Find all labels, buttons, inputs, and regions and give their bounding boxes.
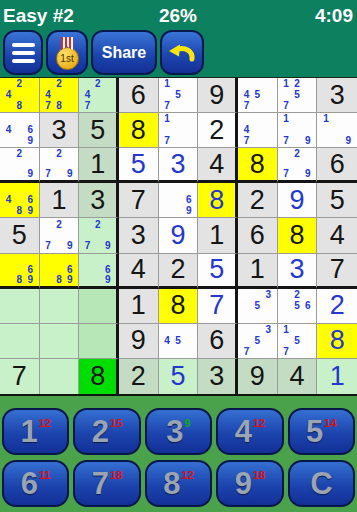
cell-r3c8[interactable]: 279 xyxy=(278,148,318,183)
cell-r7c6[interactable]: 7 xyxy=(198,289,238,324)
cell-r4c3[interactable]: 3 xyxy=(79,183,119,218)
cell-r9c8[interactable]: 4 xyxy=(278,359,318,394)
undo-button[interactable] xyxy=(160,30,204,75)
cell-r3c6[interactable]: 4 xyxy=(198,148,238,183)
cell-value: 1 xyxy=(250,256,265,283)
cell-r4c2[interactable]: 1 xyxy=(40,183,80,218)
cell-r2c9[interactable]: 19 xyxy=(317,113,357,148)
num-button-4[interactable]: 412 xyxy=(216,408,283,455)
cell-r3c3[interactable]: 1 xyxy=(79,148,119,183)
cell-r9c2[interactable] xyxy=(40,359,80,394)
cell-r3c4[interactable]: 5 xyxy=(119,148,159,183)
cell-r5c7[interactable]: 6 xyxy=(238,218,278,253)
cell-r8c9[interactable]: 8 xyxy=(317,324,357,359)
remaining-count: 14 xyxy=(324,418,336,429)
cell-r7c8[interactable]: 256 xyxy=(278,289,318,324)
cell-r2c6[interactable]: 2 xyxy=(198,113,238,148)
cell-value: 2 xyxy=(250,187,265,214)
cell-r5c8[interactable]: 8 xyxy=(278,218,318,253)
numpad-area: 11221539412514 611718812918C xyxy=(0,396,357,512)
cell-r1c3[interactable]: 247 xyxy=(79,78,119,113)
pencil-marks: 357 xyxy=(238,324,277,358)
cell-r3c7[interactable]: 8 xyxy=(238,148,278,183)
cell-value: 7 xyxy=(12,363,27,390)
pencil-marks: 2478 xyxy=(40,78,79,112)
cell-r2c4[interactable]: 8 xyxy=(119,113,159,148)
cell-value: 5 xyxy=(170,363,185,390)
cell-value: 9 xyxy=(209,82,224,109)
numpad-digit: 8 xyxy=(163,468,180,499)
remaining-count: 12 xyxy=(182,470,194,481)
cell-value: 4 xyxy=(330,222,345,249)
pencil-marks: 19 xyxy=(317,113,357,147)
cell-value: 2 xyxy=(209,117,224,144)
cell-r7c9[interactable]: 2 xyxy=(317,289,357,324)
cell-value: 6 xyxy=(131,82,146,109)
cell-value: 6 xyxy=(330,151,345,178)
cell-value: 5 xyxy=(131,151,146,178)
cell-value: 5 xyxy=(12,222,27,249)
cell-r6c8[interactable]: 3 xyxy=(278,254,318,289)
pencil-marks: 689 xyxy=(40,254,79,286)
status-row: Easy #2 26% 4:09 xyxy=(3,2,354,29)
cell-value: 8 xyxy=(170,292,185,319)
numpad-digit: 6 xyxy=(21,468,38,499)
numpad-digit: 4 xyxy=(235,416,252,447)
cell-r1c1[interactable]: 248 xyxy=(0,78,40,113)
cell-r2c7[interactable]: 47 xyxy=(238,113,278,148)
progress-percent: 26% xyxy=(159,5,197,27)
cell-r1c8[interactable]: 1257 xyxy=(278,78,318,113)
cell-r4c4[interactable]: 7 xyxy=(119,183,159,218)
num-button-2[interactable]: 215 xyxy=(73,408,140,455)
cell-r1c5[interactable]: 157 xyxy=(159,78,199,113)
cell-value: 8 xyxy=(330,327,345,354)
cell-r5c6[interactable]: 1 xyxy=(198,218,238,253)
cell-value: 3 xyxy=(51,117,66,144)
cell-r9c7[interactable]: 9 xyxy=(238,359,278,394)
cell-r6c7[interactable]: 1 xyxy=(238,254,278,289)
num-button-6[interactable]: 611 xyxy=(2,460,69,507)
cell-value: 8 xyxy=(90,363,105,390)
pencil-marks: 157 xyxy=(278,324,317,358)
cell-r7c3[interactable] xyxy=(79,289,119,324)
cell-r2c3[interactable]: 5 xyxy=(79,113,119,148)
cell-r6c4[interactable]: 4 xyxy=(119,254,159,289)
cell-r1c7[interactable]: 457 xyxy=(238,78,278,113)
cell-value: 4 xyxy=(131,256,146,283)
pencil-marks: 279 xyxy=(79,218,116,252)
remaining-count: 12 xyxy=(253,418,265,429)
pencil-marks: 279 xyxy=(40,218,79,252)
pencil-marks: 248 xyxy=(0,78,39,112)
num-button-7[interactable]: 718 xyxy=(73,460,140,507)
remaining-count: 9 xyxy=(185,418,191,429)
sudoku-app: Easy #2 26% 4:09 1st Share xyxy=(0,0,357,512)
cell-r8c1[interactable] xyxy=(0,324,40,359)
cell-r8c6[interactable]: 6 xyxy=(198,324,238,359)
share-button[interactable]: Share xyxy=(91,30,157,75)
numpad-row-1: 11221539412514 xyxy=(2,408,355,455)
num-button-9[interactable]: 918 xyxy=(216,460,283,507)
puzzle-title: Easy #2 xyxy=(3,5,159,27)
cell-r7c5[interactable]: 8 xyxy=(159,289,199,324)
cell-value: 9 xyxy=(289,187,304,214)
pencil-marks: 29 xyxy=(0,148,39,180)
cell-value: 9 xyxy=(250,363,265,390)
top-bar: Easy #2 26% 4:09 1st Share xyxy=(0,0,357,77)
num-button-5[interactable]: 514 xyxy=(288,408,355,455)
pencil-marks: 69 xyxy=(79,254,116,286)
timer: 4:09 xyxy=(197,5,354,27)
cell-value: 8 xyxy=(250,151,265,178)
cell-value: 7 xyxy=(330,256,345,283)
cell-value: 7 xyxy=(131,187,146,214)
pencil-marks: 4689 xyxy=(0,183,39,217)
pencil-marks: 256 xyxy=(278,289,317,323)
cell-r5c1[interactable]: 5 xyxy=(0,218,40,253)
menu-button[interactable] xyxy=(3,30,43,75)
cell-value: 8 xyxy=(289,222,304,249)
cell-value: 3 xyxy=(209,363,224,390)
cell-r5c3[interactable]: 279 xyxy=(79,218,119,253)
cell-r2c5[interactable]: 17 xyxy=(159,113,199,148)
cell-value: 5 xyxy=(330,187,345,214)
pencil-marks: 469 xyxy=(0,113,39,147)
cell-value: 1 xyxy=(209,222,224,249)
cell-r8c3[interactable] xyxy=(79,324,119,359)
cell-value: 1 xyxy=(330,363,345,390)
cell-value: 7 xyxy=(209,292,224,319)
cell-r2c1[interactable]: 469 xyxy=(0,113,40,148)
remaining-count: 18 xyxy=(253,470,265,481)
cell-r9c3[interactable]: 8 xyxy=(79,359,119,394)
cell-r6c6[interactable]: 5 xyxy=(198,254,238,289)
cell-value: 1 xyxy=(51,187,66,214)
num-button-3[interactable]: 39 xyxy=(145,408,212,455)
numpad-digit: 7 xyxy=(92,468,109,499)
cell-value: 3 xyxy=(330,82,345,109)
cell-r4c6[interactable]: 8 xyxy=(198,183,238,218)
cell-value: 3 xyxy=(289,256,304,283)
cell-r8c2[interactable] xyxy=(40,324,80,359)
clear-button[interactable]: C xyxy=(288,460,355,507)
cell-value: 3 xyxy=(131,222,146,249)
cell-r2c8[interactable]: 179 xyxy=(278,113,318,148)
numpad-digit: 2 xyxy=(92,416,109,447)
medal-icon: 1st xyxy=(56,47,79,70)
cell-r7c4[interactable]: 1 xyxy=(119,289,159,324)
cell-r5c5[interactable]: 9 xyxy=(159,218,199,253)
pencil-marks: 157 xyxy=(159,78,198,112)
cell-value: 6 xyxy=(250,222,265,249)
cell-value: 1 xyxy=(90,151,105,178)
cell-r6c9[interactable]: 7 xyxy=(317,254,357,289)
toolbar: 1st Share xyxy=(3,30,354,75)
undo-icon xyxy=(167,42,197,64)
pencil-marks: 69 xyxy=(159,183,198,217)
cell-r1c9[interactable]: 3 xyxy=(317,78,357,113)
pencil-marks: 179 xyxy=(278,113,317,147)
pencil-marks: 35 xyxy=(238,289,277,323)
cell-value: 9 xyxy=(170,222,185,249)
cell-r3c2[interactable]: 279 xyxy=(40,148,80,183)
cell-value: 8 xyxy=(131,117,146,144)
cell-value: 5 xyxy=(209,256,224,283)
cell-value: 5 xyxy=(90,117,105,144)
cell-r2c2[interactable]: 3 xyxy=(40,113,80,148)
cell-value: 2 xyxy=(131,363,146,390)
cell-r4c8[interactable]: 9 xyxy=(278,183,318,218)
share-label: Share xyxy=(102,44,146,62)
sudoku-grid: 2482478247615794571257346935817247179192… xyxy=(0,77,357,396)
pencil-marks: 45 xyxy=(159,324,198,358)
cell-r6c1[interactable]: 689 xyxy=(0,254,40,289)
numpad-digit: 3 xyxy=(166,416,183,447)
cell-r3c1[interactable]: 29 xyxy=(0,148,40,183)
cell-value: 8 xyxy=(209,187,224,214)
cell-value: 4 xyxy=(289,363,304,390)
cell-r9c4[interactable]: 2 xyxy=(119,359,159,394)
cell-r6c3[interactable]: 69 xyxy=(79,254,119,289)
cell-value: 3 xyxy=(90,187,105,214)
pencil-marks: 279 xyxy=(278,148,317,180)
cell-r8c4[interactable]: 9 xyxy=(119,324,159,359)
cell-value: 9 xyxy=(131,327,146,354)
pencil-marks: 1257 xyxy=(278,78,317,112)
cell-r1c4[interactable]: 6 xyxy=(119,78,159,113)
cell-r3c9[interactable]: 6 xyxy=(317,148,357,183)
pencil-marks: 689 xyxy=(0,254,39,286)
numpad-digit: C xyxy=(310,468,332,499)
cell-value: 4 xyxy=(209,151,224,178)
cell-r9c6[interactable]: 3 xyxy=(198,359,238,394)
remaining-count: 12 xyxy=(39,418,51,429)
hamburger-icon xyxy=(12,43,35,47)
pencil-marks: 17 xyxy=(159,113,198,147)
cell-r5c4[interactable]: 3 xyxy=(119,218,159,253)
cell-r8c8[interactable]: 157 xyxy=(278,324,318,359)
cell-r3c5[interactable]: 3 xyxy=(159,148,199,183)
remaining-count: 15 xyxy=(110,418,122,429)
num-button-1[interactable]: 112 xyxy=(2,408,69,455)
cell-r4c1[interactable]: 4689 xyxy=(0,183,40,218)
cell-value: 6 xyxy=(209,327,224,354)
cell-r1c2[interactable]: 2478 xyxy=(40,78,80,113)
pencil-marks: 247 xyxy=(79,78,116,112)
cell-r9c9[interactable]: 1 xyxy=(317,359,357,394)
numpad-row-2: 611718812918C xyxy=(2,460,355,507)
cell-r1c6[interactable]: 9 xyxy=(198,78,238,113)
cell-value: 2 xyxy=(330,292,345,319)
pencil-marks: 457 xyxy=(238,78,277,112)
achievements-button[interactable]: 1st xyxy=(46,30,88,75)
cell-value: 1 xyxy=(131,292,146,319)
cell-r7c7[interactable]: 35 xyxy=(238,289,278,324)
pencil-marks: 47 xyxy=(238,113,277,147)
cell-r6c2[interactable]: 689 xyxy=(40,254,80,289)
cell-value: 2 xyxy=(170,256,185,283)
cell-r9c5[interactable]: 5 xyxy=(159,359,199,394)
remaining-count: 18 xyxy=(110,470,122,481)
cell-r4c7[interactable]: 2 xyxy=(238,183,278,218)
numpad-digit: 1 xyxy=(20,416,37,447)
numpad-digit: 5 xyxy=(306,416,323,447)
cell-r5c2[interactable]: 279 xyxy=(40,218,80,253)
cell-r9c1[interactable]: 7 xyxy=(0,359,40,394)
cell-r4c5[interactable]: 69 xyxy=(159,183,199,218)
num-button-8[interactable]: 812 xyxy=(145,460,212,507)
cell-r7c2[interactable] xyxy=(40,289,80,324)
cell-r7c1[interactable] xyxy=(0,289,40,324)
remaining-count: 11 xyxy=(39,470,51,481)
cell-r5c9[interactable]: 4 xyxy=(317,218,357,253)
cell-r6c5[interactable]: 2 xyxy=(159,254,199,289)
cell-r8c7[interactable]: 357 xyxy=(238,324,278,359)
cell-r8c5[interactable]: 45 xyxy=(159,324,199,359)
numpad-digit: 9 xyxy=(235,468,252,499)
cell-value: 3 xyxy=(170,151,185,178)
cell-r4c9[interactable]: 5 xyxy=(317,183,357,218)
pencil-marks: 279 xyxy=(40,148,79,180)
